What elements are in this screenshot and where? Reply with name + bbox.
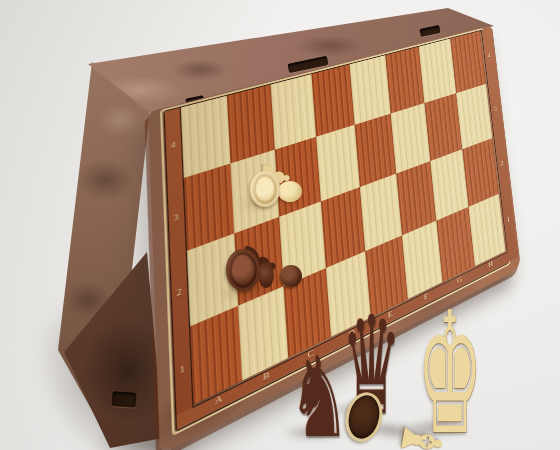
white-king-glyph: ♚	[417, 314, 443, 434]
black-knight-glyph: ♞	[288, 352, 328, 442]
pawn-head	[280, 265, 302, 287]
clasp-slot	[112, 391, 137, 408]
pawn-base	[226, 249, 260, 291]
pawn-head	[278, 181, 302, 202]
felt-base	[341, 389, 387, 446]
black-pawn-on-board[interactable]: ♟	[224, 246, 306, 298]
pawn-base	[250, 171, 280, 207]
white-king-piece[interactable]: ♚	[400, 314, 460, 438]
chess-set-photo: 44332211ABCDEFGH ♟ ♟ ♞ ♛ ♝ ♚	[0, 0, 560, 450]
pawn-collar	[258, 262, 274, 288]
hinge-slot-icon	[419, 25, 440, 37]
square-f4[interactable]	[385, 47, 424, 114]
white-pawn-on-board[interactable]: ♟	[248, 166, 306, 212]
square-h4[interactable]	[450, 31, 486, 93]
